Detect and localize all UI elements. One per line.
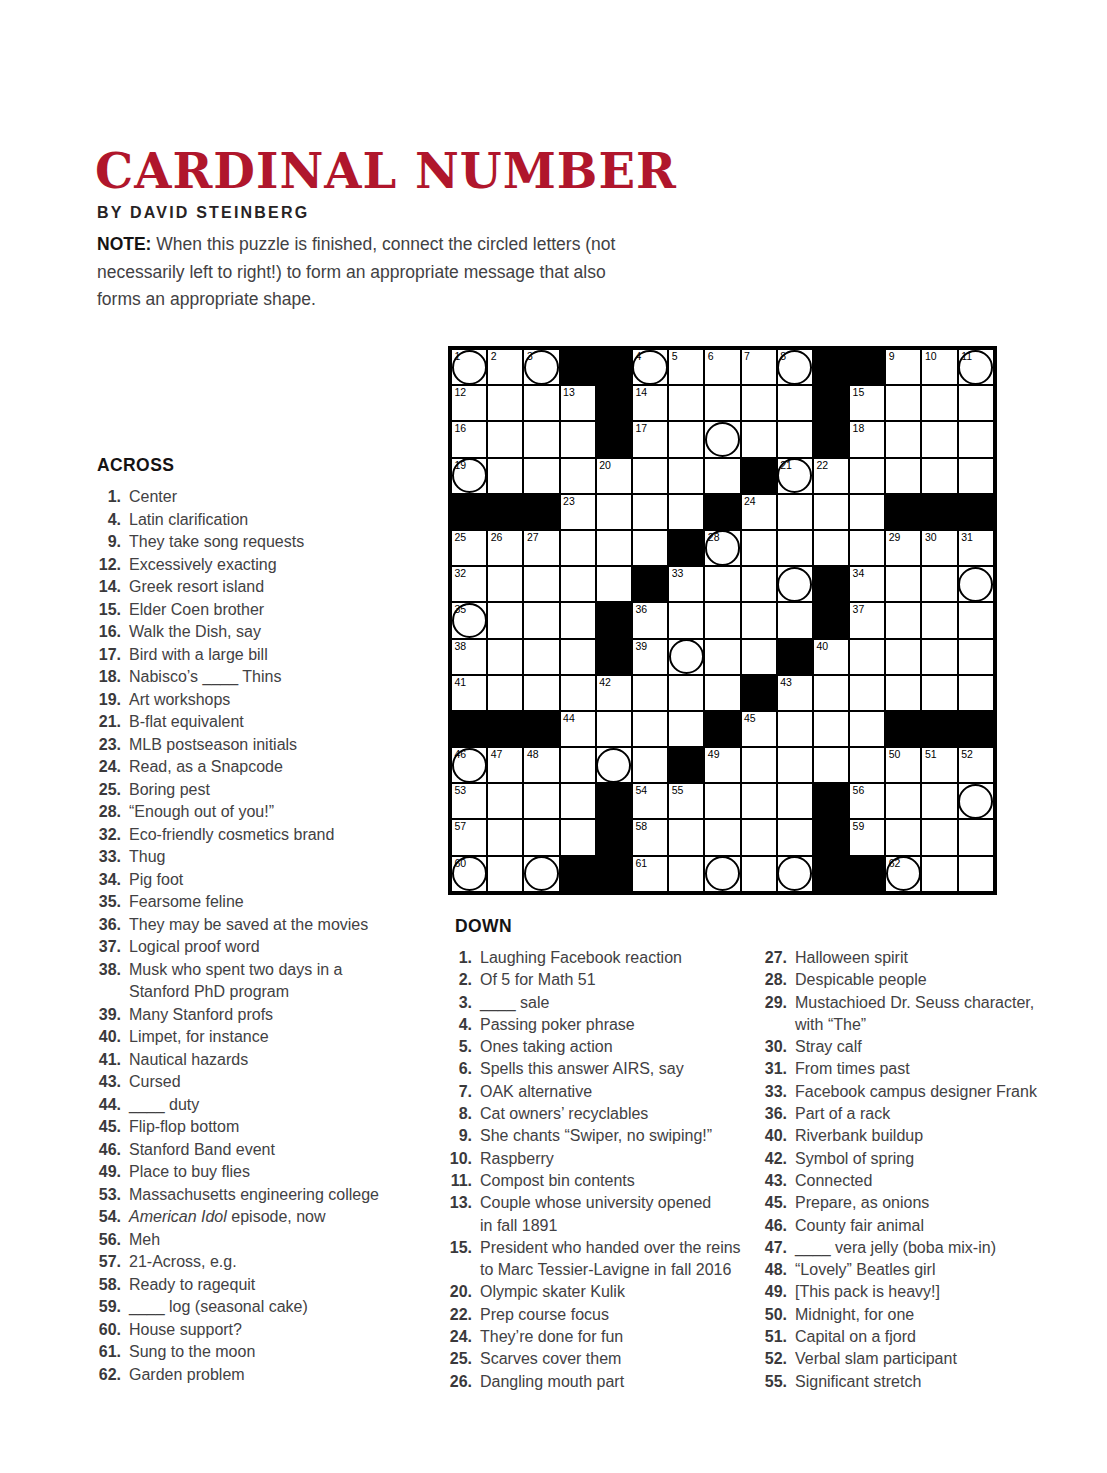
clue-item: 55.Significant stretch bbox=[757, 1371, 1067, 1393]
grid-cell[interactable]: 61 bbox=[632, 856, 668, 892]
clue-item: 9.They take song requests bbox=[97, 531, 449, 554]
grid-cell[interactable] bbox=[487, 385, 523, 421]
clue-number: 45. bbox=[757, 1192, 787, 1214]
clue-item: 4.Passing poker phrase bbox=[448, 1014, 757, 1036]
grid-cell[interactable] bbox=[523, 675, 559, 711]
grid-cell[interactable] bbox=[487, 566, 523, 602]
clue-item: 49.[This pack is heavy!] bbox=[757, 1281, 1067, 1303]
grid-cell[interactable] bbox=[668, 421, 704, 457]
grid-cell[interactable] bbox=[921, 385, 957, 421]
clue-item: 36.Part of a rack bbox=[757, 1103, 1067, 1125]
clue-text: Laughing Facebook reaction bbox=[480, 947, 682, 969]
grid-cell[interactable] bbox=[958, 385, 994, 421]
clue-item: 27.Halloween spirit bbox=[757, 947, 1067, 969]
grid-cell[interactable]: 8 bbox=[777, 349, 813, 385]
cell-number: 23 bbox=[563, 495, 575, 508]
grid-cell[interactable]: 39 bbox=[632, 639, 668, 675]
grid-cell[interactable] bbox=[741, 747, 777, 783]
clue-number: 36. bbox=[97, 914, 121, 937]
grid-cell[interactable] bbox=[704, 458, 740, 494]
grid-cell[interactable] bbox=[523, 566, 559, 602]
grid-cell[interactable] bbox=[741, 566, 777, 602]
grid-cell[interactable] bbox=[849, 675, 885, 711]
clue-text: From times past bbox=[795, 1058, 910, 1080]
grid-cell[interactable] bbox=[921, 639, 957, 675]
grid-cell[interactable] bbox=[632, 675, 668, 711]
grid-cell[interactable] bbox=[741, 819, 777, 855]
clue-text: MLB postseason initials bbox=[129, 734, 297, 757]
grid-cell[interactable] bbox=[704, 421, 740, 457]
grid-cell[interactable]: 11 bbox=[958, 349, 994, 385]
grid-cell[interactable]: 6 bbox=[704, 349, 740, 385]
grid-cell[interactable] bbox=[885, 819, 921, 855]
cell-number: 62 bbox=[889, 857, 901, 870]
grid-cell[interactable] bbox=[487, 639, 523, 675]
grid-cell[interactable]: 49 bbox=[704, 747, 740, 783]
grid-cell[interactable] bbox=[741, 530, 777, 566]
grid-cell[interactable] bbox=[560, 530, 596, 566]
grid-cell[interactable] bbox=[813, 530, 849, 566]
cell-number: 33 bbox=[672, 567, 684, 580]
grid-cell[interactable]: 41 bbox=[451, 675, 487, 711]
grid-cell[interactable] bbox=[777, 494, 813, 530]
cell-number: 9 bbox=[889, 350, 895, 363]
grid-cell[interactable] bbox=[885, 783, 921, 819]
grid-cell[interactable]: 60 bbox=[451, 856, 487, 892]
grid-cell[interactable] bbox=[632, 711, 668, 747]
clue-item: 45.Flip-flop bottom bbox=[97, 1116, 449, 1139]
grid-cell[interactable]: 25 bbox=[451, 530, 487, 566]
clue-text: Compost bin contents bbox=[480, 1170, 635, 1192]
grid-cell[interactable]: 28 bbox=[704, 530, 740, 566]
clue-text: Greek resort island bbox=[129, 576, 264, 599]
cell-number: 36 bbox=[635, 603, 647, 616]
grid-cell[interactable] bbox=[958, 783, 994, 819]
grid-cell[interactable] bbox=[958, 639, 994, 675]
grid-cell[interactable]: 50 bbox=[885, 747, 921, 783]
clue-item: 46.County fair animal bbox=[757, 1215, 1067, 1237]
grid-cell[interactable]: 23 bbox=[560, 494, 596, 530]
grid-cell[interactable] bbox=[596, 566, 632, 602]
clue-number: 11. bbox=[448, 1170, 472, 1192]
grid-cell[interactable] bbox=[668, 494, 704, 530]
circle-marker bbox=[705, 422, 740, 457]
grid-cell[interactable]: 59 bbox=[849, 819, 885, 855]
black-cell bbox=[596, 819, 632, 855]
grid-cell[interactable] bbox=[523, 602, 559, 638]
grid-cell[interactable]: 48 bbox=[523, 747, 559, 783]
grid-cell[interactable]: 46 bbox=[451, 747, 487, 783]
clue-text: Olympic skater Kulik bbox=[480, 1281, 625, 1303]
grid-cell[interactable] bbox=[885, 421, 921, 457]
grid-cell[interactable] bbox=[523, 819, 559, 855]
clue-number: 38. bbox=[97, 959, 121, 982]
black-cell bbox=[813, 421, 849, 457]
grid-cell[interactable] bbox=[885, 602, 921, 638]
cell-number: 26 bbox=[491, 531, 503, 544]
grid-cell[interactable] bbox=[777, 530, 813, 566]
clue-number: 49. bbox=[757, 1281, 787, 1303]
clue-number: 24. bbox=[448, 1326, 472, 1348]
clue-text: Pig foot bbox=[129, 869, 183, 892]
grid-cell[interactable] bbox=[704, 856, 740, 892]
grid-cell[interactable]: 15 bbox=[849, 385, 885, 421]
cell-number: 20 bbox=[599, 459, 611, 472]
grid-cell[interactable] bbox=[523, 458, 559, 494]
grid-cell[interactable] bbox=[523, 783, 559, 819]
down-clue-list-2: 27.Halloween spirit28.Despicable people2… bbox=[757, 947, 1067, 1393]
grid-cell[interactable] bbox=[741, 783, 777, 819]
grid-cell[interactable] bbox=[704, 639, 740, 675]
clue-item: 13.Couple whose university opened in fal… bbox=[448, 1192, 757, 1237]
grid-cell[interactable]: 22 bbox=[813, 458, 849, 494]
grid-cell[interactable]: 55 bbox=[668, 783, 704, 819]
down-clue-columns: 1.Laughing Facebook reaction2.Of 5 for M… bbox=[448, 947, 1067, 1393]
across-clue-list: 1.Center4.Latin clarification9.They take… bbox=[97, 486, 449, 1386]
grid-cell[interactable] bbox=[921, 458, 957, 494]
clue-item: 23.MLB postseason initials bbox=[97, 734, 449, 757]
clue-number: 43. bbox=[97, 1071, 121, 1094]
cell-number: 4 bbox=[635, 350, 641, 363]
clue-item: 21.B-flat equivalent bbox=[97, 711, 449, 734]
grid-cell[interactable]: 43 bbox=[777, 675, 813, 711]
grid-cell[interactable] bbox=[958, 675, 994, 711]
grid-cell[interactable] bbox=[560, 639, 596, 675]
grid-cell[interactable]: 13 bbox=[560, 385, 596, 421]
grid-cell[interactable]: 56 bbox=[849, 783, 885, 819]
grid-cell[interactable]: 19 bbox=[451, 458, 487, 494]
grid-cell[interactable] bbox=[958, 819, 994, 855]
grid-cell[interactable]: 26 bbox=[487, 530, 523, 566]
grid-cell[interactable]: 33 bbox=[668, 566, 704, 602]
down-clues-section: DOWN 1.Laughing Facebook reaction2.Of 5 … bbox=[448, 916, 1067, 1393]
grid-cell[interactable]: 62 bbox=[885, 856, 921, 892]
grid-cell[interactable] bbox=[921, 856, 957, 892]
grid-cell[interactable]: 34 bbox=[849, 566, 885, 602]
grid-cell[interactable] bbox=[704, 783, 740, 819]
grid-cell[interactable] bbox=[704, 385, 740, 421]
grid-cell[interactable] bbox=[849, 494, 885, 530]
grid-cell[interactable] bbox=[487, 458, 523, 494]
grid-cell[interactable] bbox=[777, 711, 813, 747]
grid-cell[interactable] bbox=[958, 458, 994, 494]
clue-text: Thug bbox=[129, 846, 165, 869]
clue-item: 54.American Idol episode, now bbox=[97, 1206, 449, 1229]
grid-cell[interactable]: 40 bbox=[813, 639, 849, 675]
clue-number: 27. bbox=[757, 947, 787, 969]
clue-text: [This pack is heavy!] bbox=[795, 1281, 940, 1303]
grid-cell[interactable]: 47 bbox=[487, 747, 523, 783]
grid-cell[interactable] bbox=[777, 856, 813, 892]
grid-cell[interactable] bbox=[741, 421, 777, 457]
clue-text: Connected bbox=[795, 1170, 872, 1192]
grid-cell[interactable]: 9 bbox=[885, 349, 921, 385]
clue-text: ____ sale bbox=[480, 992, 549, 1014]
grid-cell[interactable]: 35 bbox=[451, 602, 487, 638]
black-cell bbox=[451, 711, 487, 747]
grid-cell[interactable] bbox=[596, 530, 632, 566]
grid-cell[interactable] bbox=[487, 819, 523, 855]
clue-number: 47. bbox=[757, 1237, 787, 1259]
cell-number: 19 bbox=[455, 459, 467, 472]
grid-cell[interactable] bbox=[921, 566, 957, 602]
grid-cell[interactable]: 17 bbox=[632, 421, 668, 457]
cell-number: 21 bbox=[780, 459, 792, 472]
grid-cell[interactable] bbox=[596, 747, 632, 783]
grid-cell[interactable] bbox=[560, 783, 596, 819]
grid-cell[interactable] bbox=[885, 675, 921, 711]
clue-item: 58.Ready to ragequit bbox=[97, 1274, 449, 1297]
clue-item: 16.Walk the Dish, say bbox=[97, 621, 449, 644]
grid-cell[interactable] bbox=[668, 711, 704, 747]
clue-text: Fearsome feline bbox=[129, 891, 244, 914]
clue-number: 10. bbox=[448, 1148, 472, 1170]
grid-cell[interactable] bbox=[741, 602, 777, 638]
grid-cell[interactable]: 53 bbox=[451, 783, 487, 819]
clue-text: Passing poker phrase bbox=[480, 1014, 635, 1036]
grid-cell[interactable] bbox=[777, 385, 813, 421]
grid-cell[interactable] bbox=[849, 711, 885, 747]
grid-cell[interactable] bbox=[741, 385, 777, 421]
grid-cell[interactable] bbox=[632, 458, 668, 494]
grid-cell[interactable]: 31 bbox=[958, 530, 994, 566]
grid-cell[interactable] bbox=[560, 458, 596, 494]
grid-cell[interactable] bbox=[921, 421, 957, 457]
grid-cell[interactable] bbox=[560, 566, 596, 602]
grid-cell[interactable] bbox=[958, 602, 994, 638]
grid-cell[interactable] bbox=[560, 421, 596, 457]
grid-cell[interactable] bbox=[596, 711, 632, 747]
grid-cell[interactable]: 24 bbox=[741, 494, 777, 530]
grid-cell[interactable] bbox=[632, 747, 668, 783]
clue-item: 11.Compost bin contents bbox=[448, 1170, 757, 1192]
clue-number: 28. bbox=[757, 969, 787, 991]
cell-number: 48 bbox=[527, 748, 539, 761]
grid-cell[interactable] bbox=[921, 819, 957, 855]
grid-cell[interactable] bbox=[777, 819, 813, 855]
black-cell bbox=[451, 494, 487, 530]
clue-text: Spells this answer AIRS, say bbox=[480, 1058, 684, 1080]
grid-cell[interactable] bbox=[668, 856, 704, 892]
grid-cell[interactable]: 42 bbox=[596, 675, 632, 711]
clue-text: Musk who spent two days in a Stanford Ph… bbox=[129, 959, 342, 1004]
black-cell bbox=[523, 711, 559, 747]
clue-item: 2.Of 5 for Math 51 bbox=[448, 969, 757, 991]
grid-cell[interactable] bbox=[704, 675, 740, 711]
grid-cell[interactable]: 1 bbox=[451, 349, 487, 385]
grid-cell[interactable] bbox=[487, 856, 523, 892]
grid-cell[interactable] bbox=[885, 458, 921, 494]
cell-number: 34 bbox=[853, 567, 865, 580]
grid-cell[interactable]: 54 bbox=[632, 783, 668, 819]
grid-cell[interactable] bbox=[560, 675, 596, 711]
clue-item: 52.Verbal slam participant bbox=[757, 1348, 1067, 1370]
clue-item: 46.Stanford Band event bbox=[97, 1139, 449, 1162]
clue-text: Nabisco’s ____ Thins bbox=[129, 666, 281, 689]
grid-cell[interactable]: 20 bbox=[596, 458, 632, 494]
clue-number: 39. bbox=[97, 1004, 121, 1027]
grid-cell[interactable] bbox=[813, 675, 849, 711]
grid-cell[interactable] bbox=[849, 458, 885, 494]
grid-cell[interactable] bbox=[849, 747, 885, 783]
clue-number: 1. bbox=[448, 947, 472, 969]
clue-number: 4. bbox=[97, 509, 121, 532]
grid-cell[interactable] bbox=[668, 602, 704, 638]
grid-cell[interactable]: 5 bbox=[668, 349, 704, 385]
cell-number: 50 bbox=[889, 748, 901, 761]
clue-text: Significant stretch bbox=[795, 1371, 921, 1393]
grid-cell[interactable] bbox=[777, 747, 813, 783]
grid-cell[interactable]: 57 bbox=[451, 819, 487, 855]
cell-number: 7 bbox=[744, 350, 750, 363]
grid-cell[interactable] bbox=[487, 421, 523, 457]
grid-cell[interactable]: 18 bbox=[849, 421, 885, 457]
grid-cell[interactable] bbox=[487, 783, 523, 819]
clue-text: Meh bbox=[129, 1229, 160, 1252]
grid-cell[interactable]: 38 bbox=[451, 639, 487, 675]
black-cell bbox=[741, 675, 777, 711]
clue-text: House support? bbox=[129, 1319, 242, 1342]
clue-item: 24.Read, as a Snapcode bbox=[97, 756, 449, 779]
clue-text: Halloween spirit bbox=[795, 947, 908, 969]
grid-cell[interactable]: 14 bbox=[632, 385, 668, 421]
clue-number: 13. bbox=[448, 1192, 472, 1214]
grid-cell[interactable]: 27 bbox=[523, 530, 559, 566]
clue-item: 36.They may be saved at the movies bbox=[97, 914, 449, 937]
grid-cell[interactable] bbox=[849, 639, 885, 675]
clue-number: 51. bbox=[757, 1326, 787, 1348]
clue-text: Art workshops bbox=[129, 689, 230, 712]
clue-text: Scarves cover them bbox=[480, 1348, 621, 1370]
grid-cell[interactable] bbox=[958, 421, 994, 457]
grid-cell[interactable] bbox=[487, 602, 523, 638]
grid-cell[interactable] bbox=[668, 819, 704, 855]
grid-cell[interactable] bbox=[668, 675, 704, 711]
grid-cell[interactable] bbox=[813, 711, 849, 747]
grid-cell[interactable] bbox=[741, 639, 777, 675]
grid-cell[interactable]: 21 bbox=[777, 458, 813, 494]
grid-cell[interactable] bbox=[668, 639, 704, 675]
grid-cell[interactable] bbox=[596, 494, 632, 530]
grid-cell[interactable] bbox=[704, 819, 740, 855]
clue-number: 14. bbox=[97, 576, 121, 599]
clue-number: 62. bbox=[97, 1364, 121, 1387]
grid-cell[interactable]: 16 bbox=[451, 421, 487, 457]
grid-cell[interactable]: 2 bbox=[487, 349, 523, 385]
grid-cell[interactable] bbox=[704, 566, 740, 602]
grid-cell[interactable] bbox=[560, 602, 596, 638]
grid-cell[interactable] bbox=[523, 421, 559, 457]
grid-cell[interactable] bbox=[523, 385, 559, 421]
black-cell bbox=[813, 856, 849, 892]
grid-cell[interactable]: 58 bbox=[632, 819, 668, 855]
grid-cell[interactable]: 4 bbox=[632, 349, 668, 385]
clue-text: Verbal slam participant bbox=[795, 1348, 957, 1370]
grid-cell[interactable] bbox=[523, 856, 559, 892]
clue-text: ____ log (seasonal cake) bbox=[129, 1296, 308, 1319]
clue-number: 8. bbox=[448, 1103, 472, 1125]
grid-cell[interactable]: 3 bbox=[523, 349, 559, 385]
clue-number: 36. bbox=[757, 1103, 787, 1125]
clue-item: 60.House support? bbox=[97, 1319, 449, 1342]
black-cell bbox=[849, 856, 885, 892]
cell-number: 14 bbox=[635, 386, 647, 399]
grid-cell[interactable]: 10 bbox=[921, 349, 957, 385]
black-cell bbox=[704, 711, 740, 747]
cell-number: 24 bbox=[744, 495, 756, 508]
grid-cell[interactable] bbox=[849, 530, 885, 566]
grid-cell[interactable] bbox=[777, 602, 813, 638]
black-cell bbox=[958, 711, 994, 747]
grid-cell[interactable]: 12 bbox=[451, 385, 487, 421]
clue-item: 61.Sung to the moon bbox=[97, 1341, 449, 1364]
grid-cell[interactable]: 7 bbox=[741, 349, 777, 385]
grid-cell[interactable] bbox=[885, 566, 921, 602]
grid-cell[interactable] bbox=[632, 494, 668, 530]
clue-item: 14.Greek resort island bbox=[97, 576, 449, 599]
grid-cell[interactable] bbox=[560, 819, 596, 855]
clue-number: 56. bbox=[97, 1229, 121, 1252]
clue-item: 22.Prep course focus bbox=[448, 1304, 757, 1326]
clue-number: 19. bbox=[97, 689, 121, 712]
grid-cell[interactable] bbox=[668, 385, 704, 421]
grid-cell[interactable] bbox=[487, 675, 523, 711]
across-clues-section: ACROSS 1.Center4.Latin clarification9.Th… bbox=[97, 455, 449, 1386]
grid-cell[interactable]: 45 bbox=[741, 711, 777, 747]
grid-cell[interactable] bbox=[741, 856, 777, 892]
grid-cell[interactable] bbox=[813, 747, 849, 783]
grid-cell[interactable] bbox=[777, 783, 813, 819]
grid-cell[interactable] bbox=[523, 639, 559, 675]
grid-cell[interactable] bbox=[885, 385, 921, 421]
grid-cell[interactable] bbox=[632, 530, 668, 566]
grid-cell[interactable] bbox=[777, 421, 813, 457]
grid-cell[interactable]: 30 bbox=[921, 530, 957, 566]
cell-number: 58 bbox=[635, 820, 647, 833]
clue-number: 25. bbox=[97, 779, 121, 802]
clue-text: Facebook campus designer Frank bbox=[795, 1081, 1037, 1103]
clue-item: 56.Meh bbox=[97, 1229, 449, 1252]
clue-text: She chants “Swiper, no swiping!” bbox=[480, 1125, 712, 1147]
grid-cell[interactable] bbox=[777, 566, 813, 602]
grid-cell[interactable] bbox=[921, 783, 957, 819]
grid-cell[interactable]: 36 bbox=[632, 602, 668, 638]
grid-cell[interactable] bbox=[668, 458, 704, 494]
grid-cell[interactable]: 51 bbox=[921, 747, 957, 783]
grid-cell[interactable] bbox=[958, 566, 994, 602]
clue-text: Limpet, for instance bbox=[129, 1026, 269, 1049]
circle-marker bbox=[705, 856, 740, 891]
grid-cell[interactable] bbox=[560, 747, 596, 783]
clue-number: 52. bbox=[757, 1348, 787, 1370]
grid-cell[interactable]: 29 bbox=[885, 530, 921, 566]
grid-cell[interactable]: 32 bbox=[451, 566, 487, 602]
clue-item: 5.Ones taking action bbox=[448, 1036, 757, 1058]
grid-cell[interactable] bbox=[885, 639, 921, 675]
grid-cell[interactable] bbox=[921, 675, 957, 711]
grid-cell[interactable] bbox=[813, 494, 849, 530]
grid-cell[interactable] bbox=[704, 602, 740, 638]
grid-cell[interactable]: 52 bbox=[958, 747, 994, 783]
clue-number: 4. bbox=[448, 1014, 472, 1036]
grid-cell[interactable] bbox=[921, 602, 957, 638]
grid-cell[interactable]: 44 bbox=[560, 711, 596, 747]
grid-cell[interactable] bbox=[958, 856, 994, 892]
clue-item: 30.Stray calf bbox=[757, 1036, 1067, 1058]
black-cell bbox=[885, 711, 921, 747]
clue-item: 35.Fearsome feline bbox=[97, 891, 449, 914]
grid-cell[interactable]: 37 bbox=[849, 602, 885, 638]
